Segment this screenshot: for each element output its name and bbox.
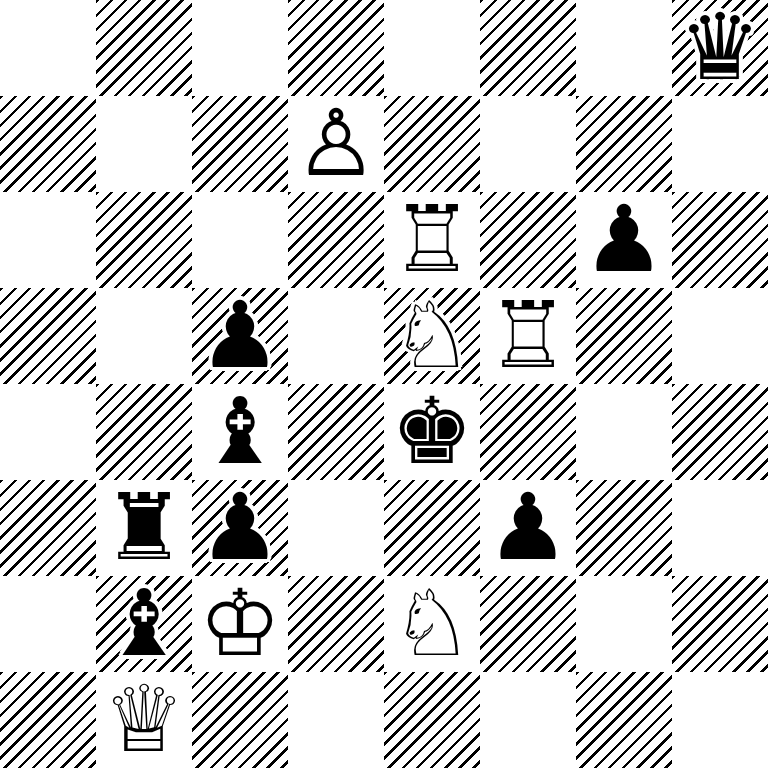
square-b4[interactable] [96, 384, 192, 480]
square-c4[interactable]: ♝ [192, 384, 288, 480]
square-e8[interactable] [384, 0, 480, 96]
square-a1[interactable] [0, 672, 96, 768]
square-f4[interactable] [480, 384, 576, 480]
square-f6[interactable] [480, 192, 576, 288]
square-g7[interactable] [576, 96, 672, 192]
square-b2[interactable]: ♝ [96, 576, 192, 672]
square-g2[interactable] [576, 576, 672, 672]
piece-white-pawn[interactable]: ♟♙ [288, 96, 384, 192]
square-h7[interactable] [672, 96, 768, 192]
square-f7[interactable] [480, 96, 576, 192]
piece-white-knight[interactable]: ♞♘ [384, 576, 480, 672]
square-b8[interactable] [96, 0, 192, 96]
square-c2[interactable]: ♚♔ [192, 576, 288, 672]
square-f1[interactable] [480, 672, 576, 768]
square-f5[interactable]: ♜♖ [480, 288, 576, 384]
chess-board: ♛♟♙♜♖♟♟♞♘♜♖♝♚♜♟♟♝♚♔♞♘♛♕ [0, 0, 768, 768]
piece-black-rook[interactable]: ♜ [96, 480, 192, 576]
piece-glyph: ♝ [192, 384, 288, 480]
square-g3[interactable] [576, 480, 672, 576]
square-h1[interactable] [672, 672, 768, 768]
square-h4[interactable] [672, 384, 768, 480]
square-e6[interactable]: ♜♖ [384, 192, 480, 288]
square-h5[interactable] [672, 288, 768, 384]
square-d8[interactable] [288, 0, 384, 96]
square-d1[interactable] [288, 672, 384, 768]
square-c6[interactable] [192, 192, 288, 288]
square-a4[interactable] [0, 384, 96, 480]
square-g1[interactable] [576, 672, 672, 768]
square-g8[interactable] [576, 0, 672, 96]
square-g6[interactable]: ♟ [576, 192, 672, 288]
square-g4[interactable] [576, 384, 672, 480]
square-e3[interactable] [384, 480, 480, 576]
square-b6[interactable] [96, 192, 192, 288]
piece-white-rook[interactable]: ♜♖ [384, 192, 480, 288]
square-e4[interactable]: ♚ [384, 384, 480, 480]
piece-black-pawn[interactable]: ♟ [480, 480, 576, 576]
piece-outline-layer: ♕ [96, 672, 192, 768]
piece-outline-layer: ♘ [384, 288, 480, 384]
square-d4[interactable] [288, 384, 384, 480]
square-a5[interactable] [0, 288, 96, 384]
piece-outline-layer: ♙ [288, 96, 384, 192]
piece-black-bishop[interactable]: ♝ [96, 576, 192, 672]
square-d6[interactable] [288, 192, 384, 288]
square-h6[interactable] [672, 192, 768, 288]
square-d3[interactable] [288, 480, 384, 576]
piece-glyph: ♟ [480, 480, 576, 576]
square-a2[interactable] [0, 576, 96, 672]
piece-glyph: ♟ [192, 288, 288, 384]
piece-black-queen[interactable]: ♛ [672, 0, 768, 96]
piece-black-bishop[interactable]: ♝ [192, 384, 288, 480]
square-c1[interactable] [192, 672, 288, 768]
square-a8[interactable] [0, 0, 96, 96]
piece-glyph: ♛ [672, 0, 768, 96]
square-a7[interactable] [0, 96, 96, 192]
square-f8[interactable] [480, 0, 576, 96]
square-h8[interactable]: ♛ [672, 0, 768, 96]
piece-black-pawn[interactable]: ♟ [576, 192, 672, 288]
piece-black-pawn[interactable]: ♟ [192, 480, 288, 576]
square-h3[interactable] [672, 480, 768, 576]
piece-white-queen[interactable]: ♛♕ [96, 672, 192, 768]
square-c8[interactable] [192, 0, 288, 96]
square-g5[interactable] [576, 288, 672, 384]
piece-outline-layer: ♖ [384, 192, 480, 288]
square-c3[interactable]: ♟ [192, 480, 288, 576]
square-c7[interactable] [192, 96, 288, 192]
piece-black-pawn[interactable]: ♟ [192, 288, 288, 384]
piece-glyph: ♚ [384, 384, 480, 480]
square-d2[interactable] [288, 576, 384, 672]
square-b5[interactable] [96, 288, 192, 384]
piece-white-king[interactable]: ♚♔ [192, 576, 288, 672]
piece-white-knight[interactable]: ♞♘ [384, 288, 480, 384]
piece-outline-layer: ♘ [384, 576, 480, 672]
square-c5[interactable]: ♟ [192, 288, 288, 384]
piece-black-king[interactable]: ♚ [384, 384, 480, 480]
square-d5[interactable] [288, 288, 384, 384]
square-d7[interactable]: ♟♙ [288, 96, 384, 192]
square-e5[interactable]: ♞♘ [384, 288, 480, 384]
square-f3[interactable]: ♟ [480, 480, 576, 576]
piece-glyph: ♝ [96, 576, 192, 672]
square-b7[interactable] [96, 96, 192, 192]
piece-outline-layer: ♔ [192, 576, 288, 672]
square-b1[interactable]: ♛♕ [96, 672, 192, 768]
piece-glyph: ♟ [576, 192, 672, 288]
square-h2[interactable] [672, 576, 768, 672]
square-e1[interactable] [384, 672, 480, 768]
square-b3[interactable]: ♜ [96, 480, 192, 576]
piece-glyph: ♜ [96, 480, 192, 576]
piece-outline-layer: ♖ [480, 288, 576, 384]
square-e2[interactable]: ♞♘ [384, 576, 480, 672]
square-f2[interactable] [480, 576, 576, 672]
square-a6[interactable] [0, 192, 96, 288]
piece-glyph: ♟ [192, 480, 288, 576]
piece-white-rook[interactable]: ♜♖ [480, 288, 576, 384]
square-a3[interactable] [0, 480, 96, 576]
square-e7[interactable] [384, 96, 480, 192]
